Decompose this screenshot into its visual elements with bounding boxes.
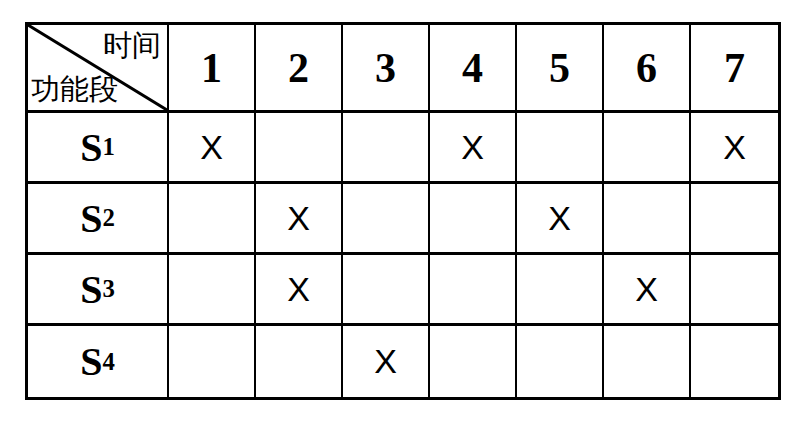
cell-S2-t1 xyxy=(169,184,256,255)
cell-S1-t3 xyxy=(343,113,430,184)
row-label-S4: S xyxy=(80,338,102,385)
corner-label-time: 时间 xyxy=(103,31,161,60)
row-header-S3: S3 xyxy=(28,255,169,326)
page: 时间 功能段 1 2 3 4 5 6 7 S1 X X X S2 X X S3 … xyxy=(0,0,800,432)
column-header-4: 4 xyxy=(430,25,517,113)
cell-S3-t2: X xyxy=(256,255,343,326)
cell-S3-t6: X xyxy=(604,255,691,326)
cell-S4-t3: X xyxy=(343,326,430,397)
column-header-7: 7 xyxy=(691,25,778,113)
cell-S2-t5: X xyxy=(517,184,604,255)
row-label-S2: S xyxy=(80,195,102,242)
row-header-S4: S4 xyxy=(28,326,169,397)
cell-S2-t7 xyxy=(691,184,778,255)
cell-S3-t1 xyxy=(169,255,256,326)
cell-S3-t5 xyxy=(517,255,604,326)
cell-S1-t2 xyxy=(256,113,343,184)
cell-S1-t5 xyxy=(517,113,604,184)
cell-S4-t2 xyxy=(256,326,343,397)
row-header-S1: S1 xyxy=(28,113,169,184)
cell-S1-t7: X xyxy=(691,113,778,184)
cell-S1-t6 xyxy=(604,113,691,184)
cell-S2-t6 xyxy=(604,184,691,255)
cell-S4-t1 xyxy=(169,326,256,397)
cell-S1-t4: X xyxy=(430,113,517,184)
row-label-S3: S xyxy=(80,266,102,313)
column-header-1: 1 xyxy=(169,25,256,113)
schedule-matrix-table: 时间 功能段 1 2 3 4 5 6 7 S1 X X X S2 X X S3 … xyxy=(25,22,781,400)
cell-S4-t5 xyxy=(517,326,604,397)
corner-label-function-segment: 功能段 xyxy=(31,75,118,104)
row-label-S1: S xyxy=(80,124,102,171)
row-header-S2: S2 xyxy=(28,184,169,255)
cell-S4-t7 xyxy=(691,326,778,397)
column-header-5: 5 xyxy=(517,25,604,113)
column-header-2: 2 xyxy=(256,25,343,113)
cell-S2-t3 xyxy=(343,184,430,255)
cell-S4-t6 xyxy=(604,326,691,397)
cell-S3-t7 xyxy=(691,255,778,326)
cell-S2-t4 xyxy=(430,184,517,255)
corner-header-cell: 时间 功能段 xyxy=(28,25,169,113)
cell-S3-t3 xyxy=(343,255,430,326)
cell-S3-t4 xyxy=(430,255,517,326)
column-header-3: 3 xyxy=(343,25,430,113)
cell-S4-t4 xyxy=(430,326,517,397)
cell-S2-t2: X xyxy=(256,184,343,255)
column-header-6: 6 xyxy=(604,25,691,113)
cell-S1-t1: X xyxy=(169,113,256,184)
